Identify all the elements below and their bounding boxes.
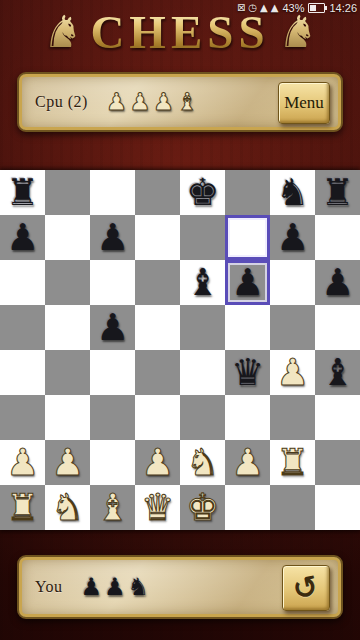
square-h5[interactable] (315, 305, 360, 350)
piece-white-pawn[interactable]: ♟ (6, 440, 39, 485)
square-c3[interactable] (90, 395, 135, 440)
square-c2[interactable] (90, 440, 135, 485)
square-c4[interactable] (90, 350, 135, 395)
signal-triangle-icon: ▲ (260, 0, 268, 15)
square-a8[interactable]: ♜ (0, 170, 45, 215)
knight-left-icon: ♞ (43, 3, 82, 61)
piece-white-bishop[interactable]: ♝ (96, 485, 129, 530)
square-c7[interactable]: ♟ (90, 215, 135, 260)
battery-icon (308, 3, 325, 13)
square-e3[interactable] (180, 395, 225, 440)
square-g2[interactable]: ♜ (270, 440, 315, 485)
square-a4[interactable] (0, 350, 45, 395)
square-d2[interactable]: ♟ (135, 440, 180, 485)
square-c6[interactable] (90, 260, 135, 305)
battery-percent: 43% (282, 2, 304, 14)
piece-white-rook[interactable]: ♜ (276, 440, 309, 485)
chess-board: ♜♚♞♜♟♟♟♝♟♟♟♛♟♝♟♟♟♞♟♜♜♞♝♛♚ (0, 170, 360, 530)
piece-black-pawn[interactable]: ♟ (321, 260, 354, 305)
piece-white-knight[interactable]: ♞ (186, 440, 219, 485)
square-e4[interactable] (180, 350, 225, 395)
captured-white-pawn: ♟ (153, 89, 175, 115)
captured-white-bishop: ♝ (176, 89, 198, 115)
square-a1[interactable]: ♜ (0, 485, 45, 530)
captured-black-knight: ♞ (127, 574, 149, 600)
no-sim-icon: ⊠ (237, 0, 245, 15)
chess-app-screen: ⊠◷▲▲ 43% 14:26 ♞ CHESS ♞ Cpu (2) ♟♟♟♝ Me… (0, 0, 360, 640)
square-b6[interactable] (45, 260, 90, 305)
square-h1[interactable] (315, 485, 360, 530)
piece-white-rook[interactable]: ♜ (6, 485, 39, 530)
square-a2[interactable]: ♟ (0, 440, 45, 485)
square-f5[interactable] (225, 305, 270, 350)
cpu-panel: Cpu (2) ♟♟♟♝ Menu (17, 72, 343, 132)
square-f2[interactable]: ♟ (225, 440, 270, 485)
you-panel: You ♟♟♞ ↺ (17, 555, 343, 619)
piece-white-pawn[interactable]: ♟ (276, 350, 309, 395)
piece-black-knight[interactable]: ♞ (276, 170, 309, 215)
captured-black-pawn: ♟ (80, 574, 102, 600)
square-h7[interactable] (315, 215, 360, 260)
piece-black-pawn[interactable]: ♟ (96, 215, 129, 260)
you-label: You (35, 578, 62, 596)
square-g7[interactable]: ♟ (270, 215, 315, 260)
square-d4[interactable] (135, 350, 180, 395)
square-b7[interactable] (45, 215, 90, 260)
square-e7[interactable] (180, 215, 225, 260)
cpu-captured-tray: ♟♟♟♝ (106, 89, 198, 115)
square-d5[interactable] (135, 305, 180, 350)
signal-triangle-icon: ▲ (271, 0, 279, 15)
status-icons: ⊠◷▲▲ (237, 0, 279, 15)
square-c5[interactable]: ♟ (90, 305, 135, 350)
square-a6[interactable] (0, 260, 45, 305)
square-h6[interactable]: ♟ (315, 260, 360, 305)
piece-black-bishop[interactable]: ♝ (321, 350, 354, 395)
square-e2[interactable]: ♞ (180, 440, 225, 485)
square-d8[interactable] (135, 170, 180, 215)
undo-icon: ↺ (289, 564, 323, 612)
piece-black-pawn[interactable]: ♟ (6, 215, 39, 260)
square-e8[interactable]: ♚ (180, 170, 225, 215)
menu-button-label: Menu (284, 93, 324, 113)
square-g3[interactable] (270, 395, 315, 440)
square-c1[interactable]: ♝ (90, 485, 135, 530)
square-a7[interactable]: ♟ (0, 215, 45, 260)
square-f3[interactable] (225, 395, 270, 440)
square-f7[interactable] (225, 215, 270, 260)
piece-white-pawn[interactable]: ♟ (231, 440, 264, 485)
square-a5[interactable] (0, 305, 45, 350)
captured-black-pawn: ♟ (104, 574, 126, 600)
status-bar: ⊠◷▲▲ 43% 14:26 (237, 0, 357, 15)
square-g6[interactable] (270, 260, 315, 305)
square-g5[interactable] (270, 305, 315, 350)
piece-black-pawn[interactable]: ♟ (276, 215, 309, 260)
square-f4[interactable]: ♛ (225, 350, 270, 395)
piece-white-king[interactable]: ♚ (186, 485, 219, 530)
square-h8[interactable]: ♜ (315, 170, 360, 215)
alarm-clock-icon: ◷ (248, 0, 257, 15)
square-b1[interactable]: ♞ (45, 485, 90, 530)
piece-black-queen[interactable]: ♛ (231, 350, 264, 395)
piece-white-queen[interactable]: ♛ (141, 485, 174, 530)
square-b2[interactable]: ♟ (45, 440, 90, 485)
square-g8[interactable]: ♞ (270, 170, 315, 215)
piece-white-pawn[interactable]: ♟ (51, 440, 84, 485)
square-b3[interactable] (45, 395, 90, 440)
piece-black-king[interactable]: ♚ (186, 170, 219, 215)
square-f6[interactable]: ♟ (225, 260, 270, 305)
piece-black-rook[interactable]: ♜ (321, 170, 354, 215)
square-b4[interactable] (45, 350, 90, 395)
square-c8[interactable] (90, 170, 135, 215)
square-f1[interactable] (225, 485, 270, 530)
square-h3[interactable] (315, 395, 360, 440)
square-f8[interactable] (225, 170, 270, 215)
piece-black-bishop[interactable]: ♝ (186, 260, 219, 305)
you-captured-tray: ♟♟♞ (80, 574, 149, 600)
piece-black-pawn[interactable]: ♟ (231, 260, 264, 305)
piece-black-rook[interactable]: ♜ (6, 170, 39, 215)
square-b5[interactable] (45, 305, 90, 350)
square-e6[interactable]: ♝ (180, 260, 225, 305)
square-d3[interactable] (135, 395, 180, 440)
piece-white-knight[interactable]: ♞ (51, 485, 84, 530)
square-e5[interactable] (180, 305, 225, 350)
square-h2[interactable] (315, 440, 360, 485)
square-a3[interactable] (0, 395, 45, 440)
menu-button[interactable]: Menu (278, 82, 330, 124)
captured-white-pawn: ♟ (129, 89, 151, 115)
square-d1[interactable]: ♛ (135, 485, 180, 530)
square-d6[interactable] (135, 260, 180, 305)
piece-black-pawn[interactable]: ♟ (96, 305, 129, 350)
square-g4[interactable]: ♟ (270, 350, 315, 395)
undo-button[interactable]: ↺ (282, 565, 330, 611)
status-time: 14:26 (329, 2, 357, 14)
square-e1[interactable]: ♚ (180, 485, 225, 530)
piece-white-pawn[interactable]: ♟ (141, 440, 174, 485)
square-b8[interactable] (45, 170, 90, 215)
captured-white-pawn: ♟ (106, 89, 128, 115)
square-g1[interactable] (270, 485, 315, 530)
square-h4[interactable]: ♝ (315, 350, 360, 395)
square-d7[interactable] (135, 215, 180, 260)
cpu-label: Cpu (2) (35, 93, 88, 111)
